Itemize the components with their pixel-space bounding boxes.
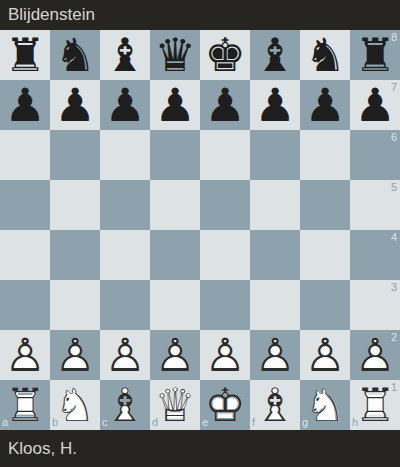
square-c1[interactable]: ♝♗c: [100, 380, 150, 430]
square-g7[interactable]: ♟: [300, 80, 350, 130]
piece-outline-glyph: ♙: [150, 330, 200, 380]
black-king-piece[interactable]: ♚: [200, 30, 250, 80]
piece-glyph: ♞: [300, 30, 350, 80]
square-e1[interactable]: ♚♔e: [200, 380, 250, 430]
square-g4[interactable]: [300, 230, 350, 280]
white-bishop-piece[interactable]: ♝♗: [250, 380, 300, 430]
square-c5[interactable]: [100, 180, 150, 230]
square-b4[interactable]: [50, 230, 100, 280]
white-king-piece[interactable]: ♚♔: [200, 380, 250, 430]
square-f6[interactable]: [250, 130, 300, 180]
square-f2[interactable]: ♟♙: [250, 330, 300, 380]
piece-glyph: ♟: [200, 80, 250, 130]
square-c2[interactable]: ♟♙: [100, 330, 150, 380]
rank-label-4: 4: [391, 232, 397, 243]
square-g5[interactable]: [300, 180, 350, 230]
piece-outline-glyph: ♙: [0, 330, 50, 380]
square-h8[interactable]: ♜8: [350, 30, 400, 80]
white-rook-piece[interactable]: ♜♖: [0, 380, 50, 430]
piece-glyph: ♝: [100, 30, 150, 80]
piece-glyph: ♝: [250, 30, 300, 80]
square-a3[interactable]: [0, 280, 50, 330]
black-pawn-piece[interactable]: ♟: [50, 80, 100, 130]
square-h3[interactable]: 3: [350, 280, 400, 330]
piece-glyph: ♟: [250, 80, 300, 130]
bottom-player-name: Kloos, H.: [8, 439, 77, 459]
rank-label-3: 3: [391, 282, 397, 293]
square-h4[interactable]: 4: [350, 230, 400, 280]
black-pawn-piece[interactable]: ♟: [300, 80, 350, 130]
black-bishop-piece[interactable]: ♝: [250, 30, 300, 80]
black-pawn-piece[interactable]: ♟: [350, 80, 400, 130]
square-a7[interactable]: ♟: [0, 80, 50, 130]
square-h5[interactable]: 5: [350, 180, 400, 230]
square-b8[interactable]: ♞: [50, 30, 100, 80]
square-e6[interactable]: [200, 130, 250, 180]
square-d1[interactable]: ♛♕d: [150, 380, 200, 430]
piece-glyph: ♜: [350, 30, 400, 80]
black-rook-piece[interactable]: ♜: [0, 30, 50, 80]
white-pawn-piece[interactable]: ♟♙: [200, 330, 250, 380]
square-c7[interactable]: ♟: [100, 80, 150, 130]
black-pawn-piece[interactable]: ♟: [0, 80, 50, 130]
piece-outline-glyph: ♗: [100, 380, 150, 430]
square-e5[interactable]: [200, 180, 250, 230]
white-pawn-piece[interactable]: ♟♙: [0, 330, 50, 380]
piece-glyph: ♟: [150, 80, 200, 130]
square-d6[interactable]: [150, 130, 200, 180]
bottom-player-bar: Kloos, H.: [0, 430, 400, 467]
white-pawn-piece[interactable]: ♟♙: [100, 330, 150, 380]
piece-outline-glyph: ♙: [350, 330, 400, 380]
square-a4[interactable]: [0, 230, 50, 280]
white-pawn-piece[interactable]: ♟♙: [250, 330, 300, 380]
square-a8[interactable]: ♜: [0, 30, 50, 80]
square-f1[interactable]: ♝♗f: [250, 380, 300, 430]
piece-outline-glyph: ♙: [300, 330, 350, 380]
piece-outline-glyph: ♖: [0, 380, 50, 430]
piece-outline-glyph: ♗: [250, 380, 300, 430]
piece-outline-glyph: ♙: [250, 330, 300, 380]
square-f5[interactable]: [250, 180, 300, 230]
top-player-bar: Blijdenstein: [0, 0, 400, 30]
square-a1[interactable]: ♜♖a: [0, 380, 50, 430]
black-knight-piece[interactable]: ♞: [50, 30, 100, 80]
piece-outline-glyph: ♘: [300, 380, 350, 430]
square-h2[interactable]: ♟♙2: [350, 330, 400, 380]
black-pawn-piece[interactable]: ♟: [250, 80, 300, 130]
square-h6[interactable]: 6: [350, 130, 400, 180]
square-f3[interactable]: [250, 280, 300, 330]
square-a5[interactable]: [0, 180, 50, 230]
piece-glyph: ♟: [50, 80, 100, 130]
square-d4[interactable]: [150, 230, 200, 280]
square-d5[interactable]: [150, 180, 200, 230]
piece-glyph: ♟: [0, 80, 50, 130]
square-a2[interactable]: ♟♙: [0, 330, 50, 380]
piece-glyph: ♞: [50, 30, 100, 80]
black-pawn-piece[interactable]: ♟: [200, 80, 250, 130]
piece-outline-glyph: ♔: [200, 380, 250, 430]
piece-glyph: ♟: [100, 80, 150, 130]
black-queen-piece[interactable]: ♛: [150, 30, 200, 80]
black-rook-piece[interactable]: ♜: [350, 30, 400, 80]
piece-outline-glyph: ♙: [100, 330, 150, 380]
white-pawn-piece[interactable]: ♟♙: [350, 330, 400, 380]
piece-outline-glyph: ♘: [50, 380, 100, 430]
square-e8[interactable]: ♚: [200, 30, 250, 80]
square-g2[interactable]: ♟♙: [300, 330, 350, 380]
square-g6[interactable]: [300, 130, 350, 180]
piece-outline-glyph: ♙: [50, 330, 100, 380]
square-f4[interactable]: [250, 230, 300, 280]
white-pawn-piece[interactable]: ♟♙: [150, 330, 200, 380]
black-bishop-piece[interactable]: ♝: [100, 30, 150, 80]
piece-outline-glyph: ♖: [350, 380, 400, 430]
square-e2[interactable]: ♟♙: [200, 330, 250, 380]
white-knight-piece[interactable]: ♞♘: [300, 380, 350, 430]
square-b1[interactable]: ♞♘b: [50, 380, 100, 430]
square-f7[interactable]: ♟: [250, 80, 300, 130]
square-f8[interactable]: ♝: [250, 30, 300, 80]
piece-glyph: ♛: [150, 30, 200, 80]
square-b2[interactable]: ♟♙: [50, 330, 100, 380]
square-b6[interactable]: [50, 130, 100, 180]
square-e7[interactable]: ♟: [200, 80, 250, 130]
square-b5[interactable]: [50, 180, 100, 230]
chess-game-view: Blijdenstein ♜♞♝♛♚♝♞♜8♟♟♟♟♟♟♟♟76543♟♙♟♙♟…: [0, 0, 400, 467]
piece-glyph: ♜: [0, 30, 50, 80]
piece-outline-glyph: ♙: [200, 330, 250, 380]
square-g1[interactable]: ♞♘g: [300, 380, 350, 430]
square-b7[interactable]: ♟: [50, 80, 100, 130]
square-g8[interactable]: ♞: [300, 30, 350, 80]
square-e4[interactable]: [200, 230, 250, 280]
square-d3[interactable]: [150, 280, 200, 330]
rank-label-6: 6: [391, 132, 397, 143]
square-g3[interactable]: [300, 280, 350, 330]
square-b3[interactable]: [50, 280, 100, 330]
square-h7[interactable]: ♟7: [350, 80, 400, 130]
white-rook-piece[interactable]: ♜♖: [350, 380, 400, 430]
piece-glyph: ♟: [300, 80, 350, 130]
square-d7[interactable]: ♟: [150, 80, 200, 130]
square-h1[interactable]: ♜♖1h: [350, 380, 400, 430]
white-pawn-piece[interactable]: ♟♙: [300, 330, 350, 380]
white-knight-piece[interactable]: ♞♘: [50, 380, 100, 430]
square-a6[interactable]: [0, 130, 50, 180]
white-bishop-piece[interactable]: ♝♗: [100, 380, 150, 430]
piece-outline-glyph: ♕: [150, 380, 200, 430]
square-d2[interactable]: ♟♙: [150, 330, 200, 380]
rank-label-5: 5: [391, 182, 397, 193]
black-pawn-piece[interactable]: ♟: [100, 80, 150, 130]
black-pawn-piece[interactable]: ♟: [150, 80, 200, 130]
square-c3[interactable]: [100, 280, 150, 330]
white-pawn-piece[interactable]: ♟♙: [50, 330, 100, 380]
piece-glyph: ♟: [350, 80, 400, 130]
square-c8[interactable]: ♝: [100, 30, 150, 80]
square-d8[interactable]: ♛: [150, 30, 200, 80]
white-queen-piece[interactable]: ♛♕: [150, 380, 200, 430]
square-e3[interactable]: [200, 280, 250, 330]
square-c6[interactable]: [100, 130, 150, 180]
square-c4[interactable]: [100, 230, 150, 280]
black-knight-piece[interactable]: ♞: [300, 30, 350, 80]
piece-glyph: ♚: [200, 30, 250, 80]
top-player-name: Blijdenstein: [8, 5, 95, 25]
chess-board[interactable]: ♜♞♝♛♚♝♞♜8♟♟♟♟♟♟♟♟76543♟♙♟♙♟♙♟♙♟♙♟♙♟♙♟♙2♜…: [0, 30, 400, 430]
